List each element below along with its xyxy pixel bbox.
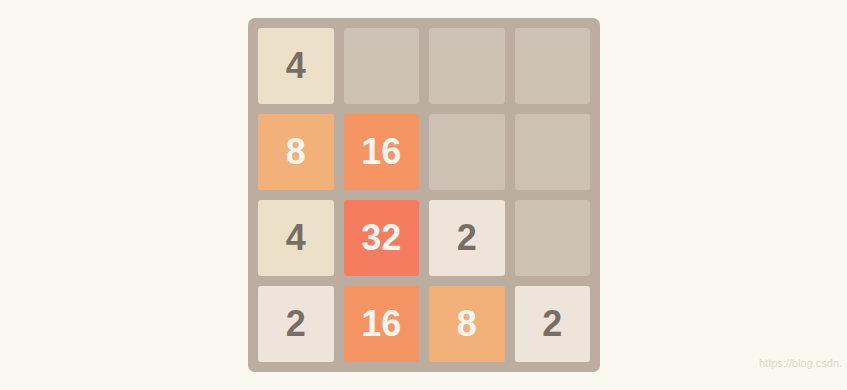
tile-2: 2: [429, 200, 505, 276]
tile-16: 16: [344, 286, 420, 362]
tile-8: 8: [258, 114, 334, 190]
tile-8: 8: [429, 286, 505, 362]
empty-cell: [515, 114, 591, 190]
tile-32: 32: [344, 200, 420, 276]
empty-cell: [429, 28, 505, 104]
tile-2: 2: [258, 286, 334, 362]
empty-cell: [515, 28, 591, 104]
tile-16: 16: [344, 114, 420, 190]
tile-4: 4: [258, 28, 334, 104]
empty-cell: [515, 200, 591, 276]
tile-2: 2: [515, 286, 591, 362]
empty-cell: [344, 28, 420, 104]
empty-cell: [429, 114, 505, 190]
game-board-2048: 4816432221682: [248, 18, 600, 372]
watermark-text: https://blog.csdn.: [759, 357, 842, 369]
tile-4: 4: [258, 200, 334, 276]
